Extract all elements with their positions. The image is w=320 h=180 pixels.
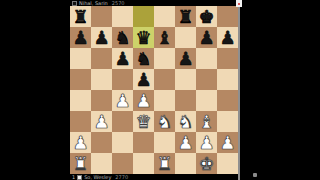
square-e1[interactable]: ♜ — [154, 153, 175, 174]
record-indicator — [236, 0, 242, 7]
square-d7[interactable]: ♛ — [133, 27, 154, 48]
square-a2[interactable]: ♟ — [70, 132, 91, 153]
square-d2[interactable] — [133, 132, 154, 153]
video-frame: Nihal, Sarin 2570 ♜♜♚♟♟♞♛♝♟♟♟♞♟♟♟♟♟♛♞♞♝♟… — [0, 0, 320, 180]
piece-black-pawn[interactable]: ♟ — [196, 27, 217, 48]
record-dot-icon — [238, 3, 240, 5]
square-d4[interactable]: ♟ — [133, 90, 154, 111]
square-c8[interactable] — [112, 6, 133, 27]
square-g2[interactable]: ♟ — [196, 132, 217, 153]
move-number-indicator: 1 — [72, 174, 75, 180]
square-g8[interactable]: ♚ — [196, 6, 217, 27]
piece-black-pawn[interactable]: ♟ — [133, 69, 154, 90]
square-b6[interactable] — [91, 48, 112, 69]
square-d1[interactable] — [133, 153, 154, 174]
piece-black-bishop[interactable]: ♝ — [154, 27, 175, 48]
square-a7[interactable]: ♟ — [70, 27, 91, 48]
square-e8[interactable] — [154, 6, 175, 27]
square-f6[interactable]: ♟ — [175, 48, 196, 69]
square-a3[interactable] — [70, 111, 91, 132]
square-h4[interactable] — [217, 90, 238, 111]
square-c2[interactable] — [112, 132, 133, 153]
square-g5[interactable] — [196, 69, 217, 90]
white-color-icon — [77, 175, 82, 180]
square-h8[interactable] — [217, 6, 238, 27]
piece-black-pawn[interactable]: ♟ — [112, 48, 133, 69]
square-b8[interactable] — [91, 6, 112, 27]
square-e3[interactable]: ♞ — [154, 111, 175, 132]
piece-white-queen[interactable]: ♛ — [133, 111, 154, 132]
chess-board[interactable]: ♜♜♚♟♟♞♛♝♟♟♟♞♟♟♟♟♟♛♞♞♝♟♟♟♟♜♜♚ — [70, 6, 238, 174]
square-c1[interactable] — [112, 153, 133, 174]
square-a5[interactable] — [70, 69, 91, 90]
black-color-icon — [72, 1, 77, 6]
square-e2[interactable] — [154, 132, 175, 153]
square-c5[interactable] — [112, 69, 133, 90]
square-a1[interactable]: ♜ — [70, 153, 91, 174]
square-b3[interactable]: ♟ — [91, 111, 112, 132]
piece-white-pawn[interactable]: ♟ — [175, 132, 196, 153]
square-f4[interactable] — [175, 90, 196, 111]
square-d3[interactable]: ♛ — [133, 111, 154, 132]
piece-white-pawn[interactable]: ♟ — [91, 111, 112, 132]
square-d8[interactable] — [133, 6, 154, 27]
piece-black-knight[interactable]: ♞ — [133, 48, 154, 69]
square-h1[interactable] — [217, 153, 238, 174]
piece-white-rook[interactable]: ♜ — [70, 153, 91, 174]
piece-black-pawn[interactable]: ♟ — [175, 48, 196, 69]
square-c3[interactable] — [112, 111, 133, 132]
square-f2[interactable]: ♟ — [175, 132, 196, 153]
bottom-player-rating: 2770 — [115, 174, 128, 180]
piece-black-pawn[interactable]: ♟ — [217, 27, 238, 48]
square-b4[interactable] — [91, 90, 112, 111]
piece-black-queen[interactable]: ♛ — [133, 27, 154, 48]
piece-white-pawn[interactable]: ♟ — [196, 132, 217, 153]
piece-white-bishop[interactable]: ♝ — [196, 111, 217, 132]
piece-white-pawn[interactable]: ♟ — [70, 132, 91, 153]
piece-black-rook[interactable]: ♜ — [70, 6, 91, 27]
square-a6[interactable] — [70, 48, 91, 69]
square-e6[interactable] — [154, 48, 175, 69]
piece-white-rook[interactable]: ♜ — [154, 153, 175, 174]
corner-ui-mark — [253, 173, 257, 177]
square-e7[interactable]: ♝ — [154, 27, 175, 48]
square-g6[interactable] — [196, 48, 217, 69]
square-f7[interactable] — [175, 27, 196, 48]
square-b1[interactable] — [91, 153, 112, 174]
square-c7[interactable]: ♞ — [112, 27, 133, 48]
square-b7[interactable]: ♟ — [91, 27, 112, 48]
board-edge-strip — [238, 0, 240, 180]
square-g1[interactable]: ♚ — [196, 153, 217, 174]
square-h6[interactable] — [217, 48, 238, 69]
piece-black-pawn[interactable]: ♟ — [70, 27, 91, 48]
piece-black-rook[interactable]: ♜ — [175, 6, 196, 27]
square-d5[interactable]: ♟ — [133, 69, 154, 90]
square-f3[interactable]: ♞ — [175, 111, 196, 132]
piece-white-pawn[interactable]: ♟ — [112, 90, 133, 111]
piece-white-pawn[interactable]: ♟ — [133, 90, 154, 111]
bottom-player-bar: 1 So, Wesley 2770 — [72, 174, 128, 180]
piece-black-king[interactable]: ♚ — [196, 6, 217, 27]
square-h5[interactable] — [217, 69, 238, 90]
square-h7[interactable]: ♟ — [217, 27, 238, 48]
square-e4[interactable] — [154, 90, 175, 111]
square-c6[interactable]: ♟ — [112, 48, 133, 69]
square-e5[interactable] — [154, 69, 175, 90]
square-c4[interactable]: ♟ — [112, 90, 133, 111]
square-f8[interactable]: ♜ — [175, 6, 196, 27]
piece-black-pawn[interactable]: ♟ — [91, 27, 112, 48]
square-d6[interactable]: ♞ — [133, 48, 154, 69]
square-b2[interactable] — [91, 132, 112, 153]
square-h3[interactable] — [217, 111, 238, 132]
square-b5[interactable] — [91, 69, 112, 90]
square-a8[interactable]: ♜ — [70, 6, 91, 27]
square-f5[interactable] — [175, 69, 196, 90]
square-g7[interactable]: ♟ — [196, 27, 217, 48]
piece-white-knight[interactable]: ♞ — [175, 111, 196, 132]
square-h2[interactable]: ♟ — [217, 132, 238, 153]
bottom-player-name: So, Wesley — [84, 174, 111, 180]
square-a4[interactable] — [70, 90, 91, 111]
square-g3[interactable]: ♝ — [196, 111, 217, 132]
piece-white-king[interactable]: ♚ — [196, 153, 217, 174]
piece-white-pawn[interactable]: ♟ — [217, 132, 238, 153]
square-f1[interactable] — [175, 153, 196, 174]
square-g4[interactable] — [196, 90, 217, 111]
piece-black-knight[interactable]: ♞ — [112, 27, 133, 48]
piece-white-knight[interactable]: ♞ — [154, 111, 175, 132]
